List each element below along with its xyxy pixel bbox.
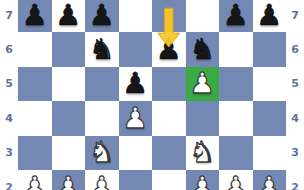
square-h7[interactable]: ♟ — [253, 0, 287, 32]
square-a2[interactable]: ♟ — [18, 170, 52, 190]
square-e5[interactable] — [152, 67, 186, 101]
square-h6[interactable] — [253, 32, 287, 66]
square-a7[interactable]: ♟ — [18, 0, 52, 32]
white-pawn[interactable]: ♟ — [189, 173, 215, 190]
square-b5[interactable] — [52, 67, 86, 101]
black-knight[interactable]: ♞ — [189, 35, 215, 64]
square-e6[interactable]: ♟ — [152, 32, 186, 66]
black-pawn[interactable]: ♟ — [122, 69, 148, 98]
square-d3[interactable] — [119, 136, 153, 170]
white-pawn[interactable]: ♟ — [256, 173, 282, 190]
square-e2[interactable] — [152, 170, 186, 190]
square-b2[interactable]: ♟ — [52, 170, 86, 190]
square-c4[interactable] — [85, 101, 119, 135]
square-c6[interactable]: ♞ — [85, 32, 119, 66]
rank-label-6-right: 6 — [286, 32, 304, 66]
square-c2[interactable]: ♟ — [85, 170, 119, 190]
rank-label-2-right: 2 — [286, 170, 304, 190]
square-d7[interactable] — [119, 0, 153, 32]
white-knight[interactable]: ♞ — [189, 138, 215, 167]
black-pawn[interactable]: ♟ — [156, 35, 182, 64]
rank-label-4-right: 4 — [286, 101, 304, 135]
black-knight[interactable]: ♞ — [89, 35, 115, 64]
rank-coordinates-right: 765432 — [286, 0, 304, 190]
square-f7[interactable] — [186, 0, 220, 32]
square-h3[interactable] — [253, 136, 287, 170]
square-h5[interactable] — [253, 67, 287, 101]
square-e7[interactable] — [152, 0, 186, 32]
square-b4[interactable] — [52, 101, 86, 135]
square-b6[interactable] — [52, 32, 86, 66]
square-a5[interactable] — [18, 67, 52, 101]
square-d2[interactable] — [119, 170, 153, 190]
square-e3[interactable] — [152, 136, 186, 170]
rank-label-5-right: 5 — [286, 67, 304, 101]
rank-label-3-left: 3 — [0, 136, 18, 170]
white-pawn[interactable]: ♟ — [189, 69, 215, 98]
square-g7[interactable]: ♟ — [219, 0, 253, 32]
square-c7[interactable]: ♟ — [85, 0, 119, 32]
square-a6[interactable] — [18, 32, 52, 66]
square-f3[interactable]: ♞ — [186, 136, 220, 170]
white-pawn[interactable]: ♟ — [122, 104, 148, 133]
white-pawn[interactable]: ♟ — [22, 173, 48, 190]
square-h4[interactable] — [253, 101, 287, 135]
square-a4[interactable] — [18, 101, 52, 135]
square-b7[interactable]: ♟ — [52, 0, 86, 32]
black-pawn[interactable]: ♟ — [256, 1, 282, 30]
chess-board-screenshot: 765432 ♟♟♟♟♟♞♟♞♟♟♟♞♞♟♟♟♟♟♟ 765432 — [0, 0, 304, 190]
square-g3[interactable] — [219, 136, 253, 170]
rank-label-6-left: 6 — [0, 32, 18, 66]
square-g4[interactable] — [219, 101, 253, 135]
square-f6[interactable]: ♞ — [186, 32, 220, 66]
black-pawn[interactable]: ♟ — [89, 1, 115, 30]
white-pawn[interactable]: ♟ — [223, 173, 249, 190]
rank-label-2-left: 2 — [0, 170, 18, 190]
square-e4[interactable] — [152, 101, 186, 135]
white-knight[interactable]: ♞ — [89, 138, 115, 167]
square-g6[interactable] — [219, 32, 253, 66]
square-f5[interactable]: ♟ — [186, 67, 220, 101]
square-h2[interactable]: ♟ — [253, 170, 287, 190]
black-pawn[interactable]: ♟ — [223, 1, 249, 30]
white-pawn[interactable]: ♟ — [55, 173, 81, 190]
square-a3[interactable] — [18, 136, 52, 170]
square-g5[interactable] — [219, 67, 253, 101]
black-pawn[interactable]: ♟ — [55, 1, 81, 30]
rank-label-4-left: 4 — [0, 101, 18, 135]
square-d5[interactable]: ♟ — [119, 67, 153, 101]
rank-label-5-left: 5 — [0, 67, 18, 101]
rank-label-7-right: 7 — [286, 0, 304, 32]
chess-board[interactable]: ♟♟♟♟♟♞♟♞♟♟♟♞♞♟♟♟♟♟♟ — [18, 0, 286, 190]
square-g2[interactable]: ♟ — [219, 170, 253, 190]
square-b3[interactable] — [52, 136, 86, 170]
rank-label-7-left: 7 — [0, 0, 18, 32]
square-c3[interactable]: ♞ — [85, 136, 119, 170]
square-c5[interactable] — [85, 67, 119, 101]
square-d6[interactable] — [119, 32, 153, 66]
square-f4[interactable] — [186, 101, 220, 135]
black-pawn[interactable]: ♟ — [22, 1, 48, 30]
square-d4[interactable]: ♟ — [119, 101, 153, 135]
white-pawn[interactable]: ♟ — [89, 173, 115, 190]
rank-label-3-right: 3 — [286, 136, 304, 170]
rank-coordinates-left: 765432 — [0, 0, 18, 190]
square-f2[interactable]: ♟ — [186, 170, 220, 190]
